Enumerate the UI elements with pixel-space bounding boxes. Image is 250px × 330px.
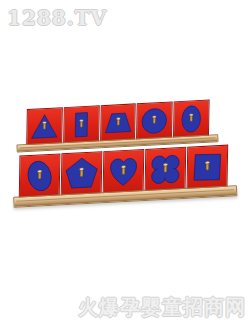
inset-plate-quatrefoil: [145, 147, 187, 192]
inset-plate-oval: [19, 153, 61, 198]
circle-inset-icon: [137, 102, 171, 139]
knob-icon: [116, 117, 120, 125]
knob-icon: [79, 119, 83, 127]
inset-plate-ellipse: [173, 99, 209, 138]
pentagon-inset-icon: [62, 152, 102, 195]
quatrefoil-inset-icon: [146, 148, 186, 191]
knob-icon: [163, 163, 168, 172]
square-inset-icon: [188, 146, 228, 189]
oval-inset-icon: [20, 154, 60, 197]
rectangle-inset-icon: [64, 106, 98, 143]
triangle-inset-icon: [27, 108, 61, 145]
watermark-1288tv: 1288.TV: [7, 6, 107, 30]
inset-plate-square: [187, 145, 229, 190]
knob-icon: [205, 161, 210, 170]
inset-plate-trapezoid: [100, 103, 136, 142]
watermark-huobao-site-name: 火爆孕婴童招商网: [78, 294, 246, 321]
knob-icon: [121, 165, 126, 174]
curvilinear-triangle-inset-icon: [104, 150, 144, 193]
inset-plate-curvilinear-triangle: [103, 149, 145, 194]
montessori-inset-boards: [9, 98, 242, 208]
knob-icon: [79, 168, 84, 177]
trapezoid-inset-icon: [101, 104, 135, 141]
knob-icon: [42, 121, 46, 129]
knob-icon: [153, 116, 157, 124]
inset-plate-pentagon: [61, 151, 103, 196]
knob-icon: [37, 170, 42, 179]
ellipse-inset-icon: [174, 101, 208, 138]
knob-icon: [189, 114, 193, 122]
inset-plate-circle: [136, 101, 172, 140]
inset-plate-rectangle: [63, 105, 99, 144]
inset-plate-triangle: [26, 107, 62, 146]
